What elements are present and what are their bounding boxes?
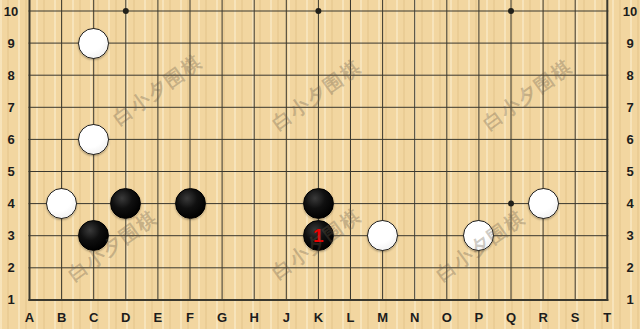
coord-label-bottom-l: L	[339, 309, 363, 325]
coord-label-right-9: 9	[619, 35, 640, 51]
coord-label-bottom-k: K	[306, 309, 330, 325]
coord-label-bottom-n: N	[403, 309, 427, 325]
coord-label-bottom-f: F	[178, 309, 202, 325]
go-board[interactable]: 1 1010998877665544332211ABCDEFGHJKLMNOPQ…	[0, 0, 640, 329]
coord-label-bottom-h: H	[242, 309, 266, 325]
coord-label-right-2: 2	[619, 260, 640, 276]
coord-label-bottom-b: B	[50, 309, 74, 325]
coord-label-left-3: 3	[0, 228, 22, 244]
stone-white-c9[interactable]	[78, 28, 109, 59]
coord-label-right-5: 5	[619, 164, 640, 180]
coord-label-bottom-p: P	[467, 309, 491, 325]
coord-label-right-3: 3	[619, 228, 640, 244]
coord-label-left-2: 2	[0, 260, 22, 276]
coord-label-left-1: 1	[0, 292, 22, 308]
coord-label-bottom-j: J	[274, 309, 298, 325]
coord-label-right-1: 1	[619, 292, 640, 308]
stone-black-k3[interactable]: 1	[303, 220, 334, 251]
star-point	[123, 8, 129, 14]
coord-label-bottom-q: Q	[499, 309, 523, 325]
stone-white-b4[interactable]	[46, 188, 77, 219]
coord-label-bottom-g: G	[210, 309, 234, 325]
coord-label-left-10: 10	[0, 3, 22, 19]
coord-label-bottom-c: C	[82, 309, 106, 325]
coord-label-right-8: 8	[619, 67, 640, 83]
stone-black-k4[interactable]	[303, 188, 334, 219]
coord-label-left-9: 9	[0, 35, 22, 51]
coord-label-right-10: 10	[619, 3, 640, 19]
move-number-label: 1	[304, 221, 333, 250]
coord-label-left-8: 8	[0, 67, 22, 83]
coord-label-bottom-o: O	[435, 309, 459, 325]
coord-label-right-4: 4	[619, 196, 640, 212]
star-point	[508, 201, 514, 207]
coord-label-right-6: 6	[619, 131, 640, 147]
stone-white-c6[interactable]	[78, 124, 109, 155]
coord-label-left-4: 4	[0, 196, 22, 212]
stone-white-r4[interactable]	[528, 188, 559, 219]
coord-label-bottom-r: R	[531, 309, 555, 325]
coord-label-bottom-m: M	[371, 309, 395, 325]
coord-label-left-6: 6	[0, 131, 22, 147]
stone-black-f4[interactable]	[175, 188, 206, 219]
star-point	[508, 8, 514, 14]
coord-label-left-7: 7	[0, 99, 22, 115]
coord-label-bottom-t: T	[595, 309, 619, 325]
coord-label-bottom-e: E	[146, 309, 170, 325]
coord-label-left-5: 5	[0, 164, 22, 180]
coord-label-bottom-d: D	[114, 309, 138, 325]
coord-label-bottom-a: A	[18, 309, 42, 325]
star-point	[315, 8, 321, 14]
coord-label-right-7: 7	[619, 99, 640, 115]
coord-label-bottom-s: S	[563, 309, 587, 325]
